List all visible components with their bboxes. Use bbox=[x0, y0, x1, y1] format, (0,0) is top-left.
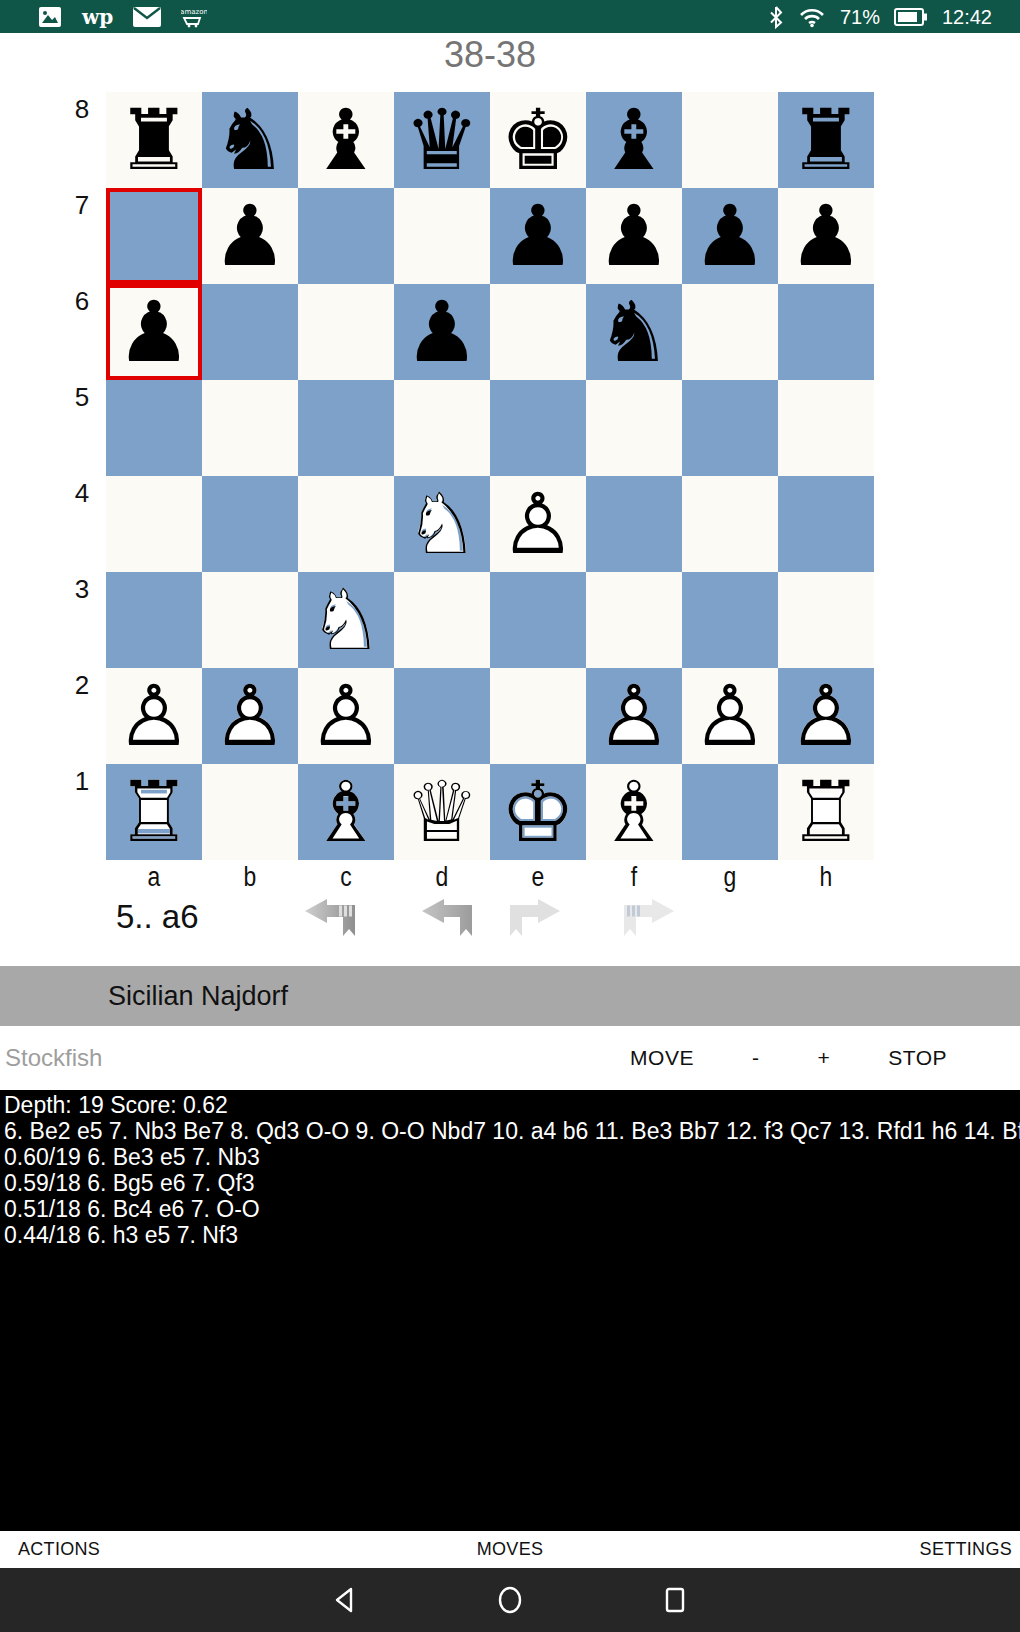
piece-black-pawn: ♟ bbox=[404, 284, 479, 380]
android-nav-bar bbox=[0, 1568, 1020, 1632]
square-h2[interactable]: ♙ bbox=[778, 668, 874, 764]
piece-black-rook: ♜ bbox=[788, 92, 863, 188]
file-label-b: b bbox=[209, 862, 291, 893]
engine-plus-button[interactable]: + bbox=[817, 1046, 830, 1070]
engine-line: 0.60/19 6. Be3 e5 7. Nb3 bbox=[0, 1144, 1020, 1170]
piece-white-pawn: ♙ bbox=[596, 668, 671, 764]
piece-black-knight: ♞ bbox=[596, 284, 671, 380]
piece-white-knight: ♘ bbox=[308, 572, 383, 668]
square-h7[interactable]: ♟ bbox=[778, 188, 874, 284]
square-e8[interactable]: ♚ bbox=[490, 92, 586, 188]
engine-header: Stockfish MOVE - + STOP bbox=[0, 1026, 1020, 1090]
piece-white-pawn: ♙ bbox=[116, 668, 191, 764]
square-d7[interactable] bbox=[394, 188, 490, 284]
square-d6[interactable]: ♟ bbox=[394, 284, 490, 380]
piece-black-rook: ♜ bbox=[116, 92, 191, 188]
piece-white-pawn: ♙ bbox=[500, 476, 575, 572]
piece-white-rook: ♖ bbox=[116, 764, 191, 860]
engine-line: 0.51/18 6. Bc4 e6 7. O-O bbox=[0, 1196, 1020, 1222]
square-h1[interactable]: ♖ bbox=[778, 764, 874, 860]
square-g4[interactable] bbox=[682, 476, 778, 572]
file-label-f: f bbox=[593, 862, 675, 893]
piece-black-bishop: ♝ bbox=[596, 92, 671, 188]
square-f7[interactable]: ♟ bbox=[586, 188, 682, 284]
piece-black-pawn: ♟ bbox=[596, 188, 671, 284]
square-h3[interactable] bbox=[778, 572, 874, 668]
file-label-h: h bbox=[785, 862, 867, 893]
battery-percent: 71% bbox=[840, 7, 880, 27]
square-f3[interactable] bbox=[586, 572, 682, 668]
square-a2[interactable]: ♙ bbox=[106, 668, 202, 764]
chess-board: ♜♞♝♛♚♝♜♟♟♟♟♟♟♟♞♘♙♘♙♙♙♙♙♙♖♗♕♔♗♖ bbox=[106, 92, 874, 860]
square-f8[interactable]: ♝ bbox=[586, 92, 682, 188]
piece-black-pawn: ♟ bbox=[212, 188, 287, 284]
piece-white-rook: ♖ bbox=[788, 764, 863, 860]
rank-label-7: 7 bbox=[66, 190, 98, 221]
rank-label-6: 6 bbox=[66, 286, 98, 317]
battery-icon bbox=[894, 8, 928, 26]
piece-black-queen: ♛ bbox=[404, 92, 479, 188]
file-label-c: c bbox=[305, 862, 387, 893]
engine-output-panel: Depth: 19 Score: 0.626. Be2 e5 7. Nb3 Be… bbox=[0, 1090, 1020, 1531]
square-d3[interactable] bbox=[394, 572, 490, 668]
square-b7[interactable]: ♟ bbox=[202, 188, 298, 284]
moves-button[interactable]: MOVES bbox=[477, 1531, 544, 1568]
step-forward-button[interactable] bbox=[506, 896, 562, 940]
file-label-e: e bbox=[497, 862, 579, 893]
clock: 12:42 bbox=[942, 7, 992, 27]
piece-white-pawn: ♙ bbox=[692, 668, 767, 764]
square-c3[interactable]: ♘ bbox=[298, 572, 394, 668]
rank-labels: 87654321 bbox=[66, 92, 98, 860]
square-f6[interactable]: ♞ bbox=[586, 284, 682, 380]
square-h6[interactable] bbox=[778, 284, 874, 380]
square-a4[interactable] bbox=[106, 476, 202, 572]
square-a7[interactable] bbox=[106, 188, 202, 284]
piece-black-pawn: ♟ bbox=[788, 188, 863, 284]
skip-to-start-button[interactable] bbox=[303, 896, 359, 940]
piece-black-bishop: ♝ bbox=[308, 92, 383, 188]
square-f5[interactable] bbox=[586, 380, 682, 476]
engine-minus-button[interactable]: - bbox=[752, 1046, 760, 1070]
square-f1[interactable]: ♗ bbox=[586, 764, 682, 860]
file-label-a: a bbox=[113, 862, 195, 893]
square-a3[interactable] bbox=[106, 572, 202, 668]
file-label-d: d bbox=[401, 862, 483, 893]
square-g8[interactable] bbox=[682, 92, 778, 188]
square-a6[interactable]: ♟ bbox=[106, 284, 202, 380]
amazon-icon: amazon bbox=[181, 6, 207, 28]
svg-text:amazon: amazon bbox=[181, 8, 207, 16]
file-labels: abcdefgh bbox=[106, 862, 874, 892]
engine-line: 6. Be2 e5 7. Nb3 Be7 8. Qd3 O-O 9. O-O N… bbox=[0, 1118, 1020, 1144]
status-bar: wp amazon bbox=[0, 0, 1020, 33]
square-e1[interactable]: ♔ bbox=[490, 764, 586, 860]
wp-icon: wp bbox=[82, 7, 113, 27]
current-move-label: 5.. a6 bbox=[116, 898, 199, 936]
bluetooth-icon bbox=[768, 5, 784, 29]
skip-to-end-button[interactable] bbox=[620, 896, 676, 940]
square-g1[interactable] bbox=[682, 764, 778, 860]
mail-icon bbox=[133, 7, 161, 27]
square-d2[interactable] bbox=[394, 668, 490, 764]
photo-icon bbox=[38, 6, 62, 28]
piece-black-pawn: ♟ bbox=[116, 284, 191, 380]
rank-label-3: 3 bbox=[66, 574, 98, 605]
square-a1[interactable]: ♖ bbox=[106, 764, 202, 860]
android-recents-icon[interactable] bbox=[660, 1586, 690, 1614]
square-b3[interactable] bbox=[202, 572, 298, 668]
bottom-bar: ACTIONS MOVES SETTINGS bbox=[0, 1531, 1020, 1568]
square-b8[interactable]: ♞ bbox=[202, 92, 298, 188]
engine-move-button[interactable]: MOVE bbox=[630, 1046, 694, 1070]
rank-label-2: 2 bbox=[66, 670, 98, 701]
piece-white-bishop: ♗ bbox=[596, 764, 671, 860]
square-f4[interactable] bbox=[586, 476, 682, 572]
square-d4[interactable]: ♘ bbox=[394, 476, 490, 572]
square-h5[interactable] bbox=[778, 380, 874, 476]
square-e7[interactable]: ♟ bbox=[490, 188, 586, 284]
engine-stop-button[interactable]: STOP bbox=[888, 1046, 947, 1070]
square-g6[interactable] bbox=[682, 284, 778, 380]
actions-button[interactable]: ACTIONS bbox=[18, 1531, 100, 1568]
rank-label-4: 4 bbox=[66, 478, 98, 509]
step-back-button[interactable] bbox=[420, 896, 476, 940]
file-label-g: g bbox=[689, 862, 771, 893]
square-h8[interactable]: ♜ bbox=[778, 92, 874, 188]
engine-line: 0.44/18 6. h3 e5 7. Nf3 bbox=[0, 1222, 1020, 1248]
wifi-icon bbox=[798, 6, 826, 28]
square-a5[interactable] bbox=[106, 380, 202, 476]
app-screen: wp amazon bbox=[0, 0, 1020, 1632]
android-home-icon[interactable] bbox=[495, 1586, 525, 1614]
square-d5[interactable] bbox=[394, 380, 490, 476]
square-c2[interactable]: ♙ bbox=[298, 668, 394, 764]
square-g7[interactable]: ♟ bbox=[682, 188, 778, 284]
piece-black-king: ♚ bbox=[500, 92, 575, 188]
square-c8[interactable]: ♝ bbox=[298, 92, 394, 188]
square-b2[interactable]: ♙ bbox=[202, 668, 298, 764]
square-b4[interactable] bbox=[202, 476, 298, 572]
piece-white-king: ♔ bbox=[500, 764, 575, 860]
settings-button[interactable]: SETTINGS bbox=[920, 1531, 1012, 1568]
opening-bar: Sicilian Najdorf bbox=[0, 966, 1020, 1026]
piece-white-knight: ♘ bbox=[404, 476, 479, 572]
engine-line: 0.59/18 6. Bg5 e6 7. Qf3 bbox=[0, 1170, 1020, 1196]
square-f2[interactable]: ♙ bbox=[586, 668, 682, 764]
rank-label-5: 5 bbox=[66, 382, 98, 413]
engine-name: Stockfish bbox=[5, 1044, 102, 1072]
square-b1[interactable] bbox=[202, 764, 298, 860]
square-c1[interactable]: ♗ bbox=[298, 764, 394, 860]
piece-black-pawn: ♟ bbox=[500, 188, 575, 284]
square-d8[interactable]: ♛ bbox=[394, 92, 490, 188]
android-back-icon[interactable] bbox=[330, 1586, 360, 1614]
square-a8[interactable]: ♜ bbox=[106, 92, 202, 188]
opening-name: Sicilian Najdorf bbox=[108, 981, 288, 1012]
square-e6[interactable] bbox=[490, 284, 586, 380]
square-e2[interactable] bbox=[490, 668, 586, 764]
square-e4[interactable]: ♙ bbox=[490, 476, 586, 572]
square-g5[interactable] bbox=[682, 380, 778, 476]
piece-white-pawn: ♙ bbox=[788, 668, 863, 764]
rank-label-1: 1 bbox=[66, 766, 98, 797]
square-c6[interactable] bbox=[298, 284, 394, 380]
square-e3[interactable] bbox=[490, 572, 586, 668]
engine-line: Depth: 19 Score: 0.62 bbox=[0, 1092, 1020, 1118]
piece-black-knight: ♞ bbox=[212, 92, 287, 188]
square-h4[interactable] bbox=[778, 476, 874, 572]
piece-white-bishop: ♗ bbox=[308, 764, 383, 860]
piece-white-queen: ♕ bbox=[404, 764, 479, 860]
page-title: 38-38 bbox=[106, 34, 874, 76]
square-c7[interactable] bbox=[298, 188, 394, 284]
square-g2[interactable]: ♙ bbox=[682, 668, 778, 764]
piece-white-pawn: ♙ bbox=[308, 668, 383, 764]
square-b6[interactable] bbox=[202, 284, 298, 380]
rank-label-8: 8 bbox=[66, 94, 98, 125]
piece-white-pawn: ♙ bbox=[212, 668, 287, 764]
square-e5[interactable] bbox=[490, 380, 586, 476]
square-d1[interactable]: ♕ bbox=[394, 764, 490, 860]
square-c4[interactable] bbox=[298, 476, 394, 572]
piece-black-pawn: ♟ bbox=[692, 188, 767, 284]
square-g3[interactable] bbox=[682, 572, 778, 668]
square-b5[interactable] bbox=[202, 380, 298, 476]
square-c5[interactable] bbox=[298, 380, 394, 476]
